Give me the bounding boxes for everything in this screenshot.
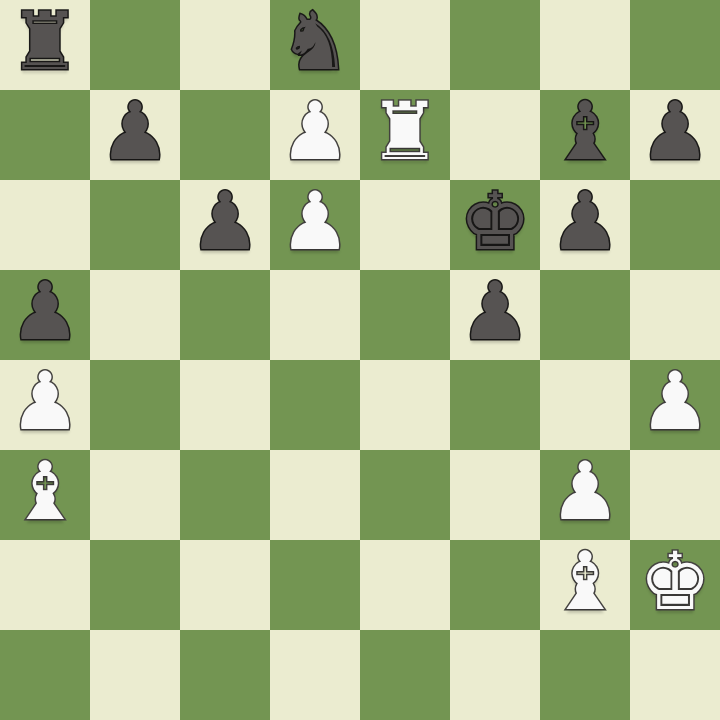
square-c2[interactable] [180, 540, 270, 630]
square-c8[interactable] [180, 0, 270, 90]
piece-white-pawn[interactable]: ♟ [639, 362, 711, 442]
square-a4[interactable]: ♟ [0, 360, 90, 450]
square-h5[interactable] [630, 270, 720, 360]
square-e6[interactable] [360, 180, 450, 270]
square-g2[interactable]: ♝ [540, 540, 630, 630]
square-f1[interactable] [450, 630, 540, 720]
square-a1[interactable] [0, 630, 90, 720]
square-d1[interactable] [270, 630, 360, 720]
piece-black-rook[interactable]: ♜ [9, 2, 81, 82]
piece-white-rook[interactable]: ♜ [369, 92, 441, 172]
square-e5[interactable] [360, 270, 450, 360]
square-h1[interactable] [630, 630, 720, 720]
square-h4[interactable]: ♟ [630, 360, 720, 450]
piece-black-pawn[interactable]: ♟ [549, 182, 621, 262]
piece-white-bishop[interactable]: ♝ [549, 542, 621, 622]
square-d8[interactable]: ♞ [270, 0, 360, 90]
square-d2[interactable] [270, 540, 360, 630]
square-g4[interactable] [540, 360, 630, 450]
square-h3[interactable] [630, 450, 720, 540]
square-f2[interactable] [450, 540, 540, 630]
square-g6[interactable]: ♟ [540, 180, 630, 270]
square-b3[interactable] [90, 450, 180, 540]
square-d6[interactable]: ♟ [270, 180, 360, 270]
square-h6[interactable] [630, 180, 720, 270]
piece-white-pawn[interactable]: ♟ [279, 182, 351, 262]
square-a5[interactable]: ♟ [0, 270, 90, 360]
square-b2[interactable] [90, 540, 180, 630]
square-d5[interactable] [270, 270, 360, 360]
piece-black-bishop[interactable]: ♝ [549, 92, 621, 172]
piece-black-pawn[interactable]: ♟ [459, 272, 531, 352]
square-f6[interactable]: ♚ [450, 180, 540, 270]
piece-white-bishop[interactable]: ♝ [9, 452, 81, 532]
piece-black-pawn[interactable]: ♟ [9, 272, 81, 352]
square-e7[interactable]: ♜ [360, 90, 450, 180]
square-e8[interactable] [360, 0, 450, 90]
square-b1[interactable] [90, 630, 180, 720]
square-e3[interactable] [360, 450, 450, 540]
piece-black-king[interactable]: ♚ [459, 182, 531, 262]
piece-black-pawn[interactable]: ♟ [99, 92, 171, 172]
square-b6[interactable] [90, 180, 180, 270]
square-c3[interactable] [180, 450, 270, 540]
square-c6[interactable]: ♟ [180, 180, 270, 270]
piece-white-king[interactable]: ♚ [639, 542, 711, 622]
piece-white-pawn[interactable]: ♟ [549, 452, 621, 532]
square-b7[interactable]: ♟ [90, 90, 180, 180]
square-d3[interactable] [270, 450, 360, 540]
square-e1[interactable] [360, 630, 450, 720]
square-b5[interactable] [90, 270, 180, 360]
piece-white-pawn[interactable]: ♟ [9, 362, 81, 442]
square-a7[interactable] [0, 90, 90, 180]
square-e2[interactable] [360, 540, 450, 630]
square-c5[interactable] [180, 270, 270, 360]
square-f7[interactable] [450, 90, 540, 180]
square-g3[interactable]: ♟ [540, 450, 630, 540]
square-f5[interactable]: ♟ [450, 270, 540, 360]
square-g5[interactable] [540, 270, 630, 360]
square-h7[interactable]: ♟ [630, 90, 720, 180]
square-c4[interactable] [180, 360, 270, 450]
square-g7[interactable]: ♝ [540, 90, 630, 180]
square-a3[interactable]: ♝ [0, 450, 90, 540]
square-a8[interactable]: ♜ [0, 0, 90, 90]
square-f8[interactable] [450, 0, 540, 90]
chess-board-container: ♜♞♟♟♜♝♟♟♟♚♟♟♟♟♟♝♟♝♚ [0, 0, 720, 720]
square-h8[interactable] [630, 0, 720, 90]
square-d7[interactable]: ♟ [270, 90, 360, 180]
square-b8[interactable] [90, 0, 180, 90]
square-g1[interactable] [540, 630, 630, 720]
square-a6[interactable] [0, 180, 90, 270]
square-f4[interactable] [450, 360, 540, 450]
chess-board: ♜♞♟♟♜♝♟♟♟♚♟♟♟♟♟♝♟♝♚ [0, 0, 720, 720]
square-c7[interactable] [180, 90, 270, 180]
piece-black-knight[interactable]: ♞ [279, 2, 351, 82]
square-b4[interactable] [90, 360, 180, 450]
square-c1[interactable] [180, 630, 270, 720]
square-f3[interactable] [450, 450, 540, 540]
square-h2[interactable]: ♚ [630, 540, 720, 630]
piece-black-pawn[interactable]: ♟ [189, 182, 261, 262]
square-e4[interactable] [360, 360, 450, 450]
square-g8[interactable] [540, 0, 630, 90]
piece-black-pawn[interactable]: ♟ [639, 92, 711, 172]
square-a2[interactable] [0, 540, 90, 630]
square-d4[interactable] [270, 360, 360, 450]
piece-white-pawn[interactable]: ♟ [279, 92, 351, 172]
